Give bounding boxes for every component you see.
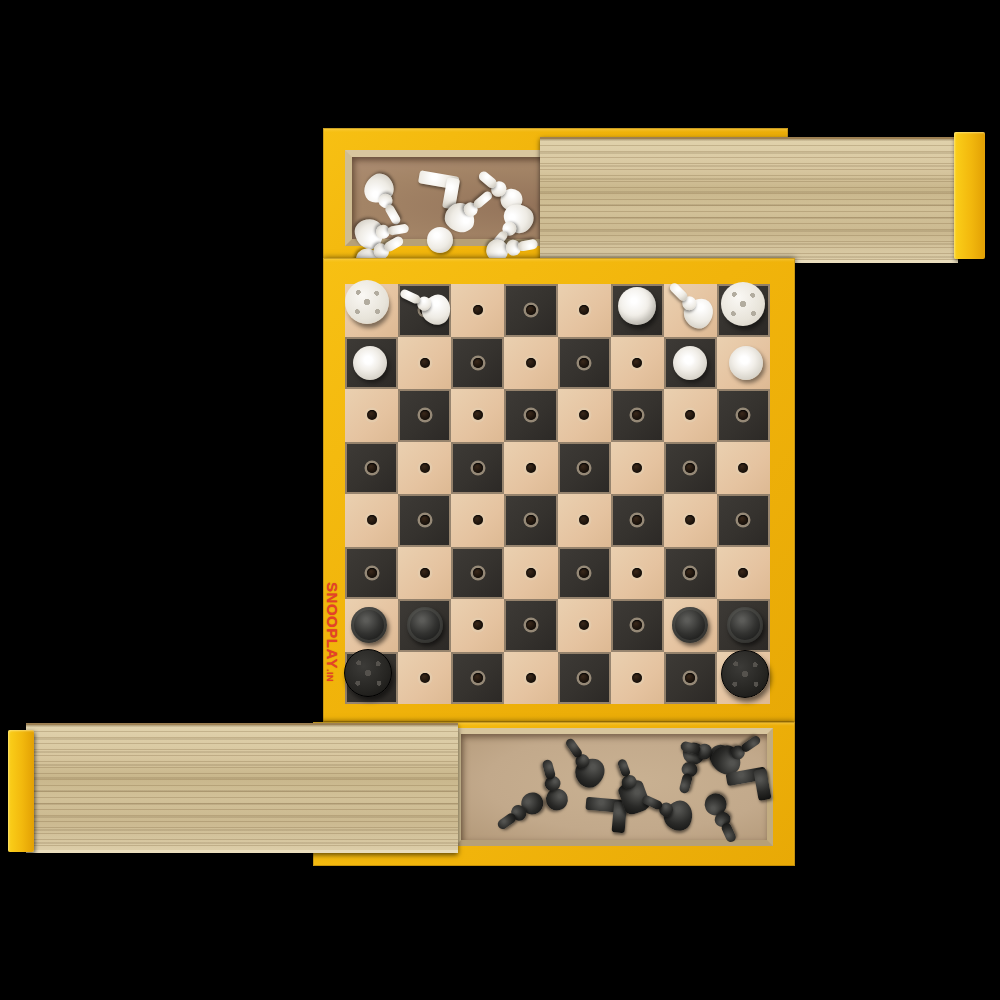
square-c5[interactable] — [451, 442, 504, 495]
peg-hole — [579, 515, 589, 525]
square-d7[interactable] — [504, 337, 557, 390]
peg-hole — [632, 620, 642, 630]
piece-part — [564, 737, 583, 759]
peg-hole — [526, 305, 536, 315]
brand-name: SNOOPLAY — [324, 582, 341, 669]
brand-suffix: .IN — [325, 669, 335, 682]
piece-part — [680, 740, 702, 755]
peg-hole — [632, 568, 642, 578]
piece-part — [427, 227, 453, 253]
piece-part — [753, 768, 771, 801]
square-b5[interactable] — [398, 442, 451, 495]
square-f1[interactable] — [611, 652, 664, 705]
peg-hole — [526, 620, 536, 630]
peg-hole — [738, 410, 748, 420]
square-f8[interactable] — [611, 284, 664, 337]
peg-hole — [420, 410, 430, 420]
peg-hole — [685, 463, 695, 473]
square-e3[interactable] — [558, 547, 611, 600]
square-h7[interactable] — [717, 337, 770, 390]
square-c2[interactable] — [451, 599, 504, 652]
piece-white-cone[interactable] — [353, 346, 387, 380]
square-c1[interactable] — [451, 652, 504, 705]
square-d6[interactable] — [504, 389, 557, 442]
square-g5[interactable] — [664, 442, 717, 495]
peg-hole — [473, 673, 483, 683]
square-h5[interactable] — [717, 442, 770, 495]
peg-hole — [738, 568, 748, 578]
square-g8[interactable] — [664, 284, 717, 337]
piece-part — [517, 239, 538, 252]
square-b6[interactable] — [398, 389, 451, 442]
square-c6[interactable] — [451, 389, 504, 442]
square-f7[interactable] — [611, 337, 664, 390]
square-d2[interactable] — [504, 599, 557, 652]
black-tray-piece-knight[interactable] — [725, 766, 772, 806]
square-a5[interactable] — [345, 442, 398, 495]
square-f3[interactable] — [611, 547, 664, 600]
piece-part — [617, 758, 632, 778]
peg-hole — [367, 410, 377, 420]
square-h6[interactable] — [717, 389, 770, 442]
square-h2[interactable] — [717, 599, 770, 652]
square-d1[interactable] — [504, 652, 557, 705]
peg-hole — [738, 515, 748, 525]
peg-hole — [473, 515, 483, 525]
square-f4[interactable] — [611, 494, 664, 547]
piece-white-bell[interactable] — [394, 279, 456, 329]
square-g6[interactable] — [664, 389, 717, 442]
piece-part — [399, 288, 422, 305]
piece-part — [740, 734, 762, 753]
piece-part — [541, 759, 556, 781]
piece-white-cone[interactable] — [729, 346, 763, 380]
square-e4[interactable] — [558, 494, 611, 547]
square-d3[interactable] — [504, 547, 557, 600]
square-c4[interactable] — [451, 494, 504, 547]
peg-hole — [632, 515, 642, 525]
square-b4[interactable] — [398, 494, 451, 547]
square-a7[interactable] — [345, 337, 398, 390]
peg-hole — [685, 673, 695, 683]
square-f5[interactable] — [611, 442, 664, 495]
square-a8[interactable] — [345, 284, 398, 337]
peg-hole — [420, 568, 430, 578]
brand-label: SNOOPLAY.IN — [323, 582, 341, 682]
piece-white-dome[interactable] — [618, 287, 656, 325]
peg-hole — [685, 515, 695, 525]
peg-hole — [579, 673, 589, 683]
square-c8[interactable] — [451, 284, 504, 337]
square-b7[interactable] — [398, 337, 451, 390]
square-a4[interactable] — [345, 494, 398, 547]
piece-white-cone[interactable] — [673, 346, 707, 380]
square-f2[interactable] — [611, 599, 664, 652]
square-d4[interactable] — [504, 494, 557, 547]
square-f6[interactable] — [611, 389, 664, 442]
board-frame: SNOOPLAY.IN — [323, 258, 795, 722]
peg-hole — [473, 568, 483, 578]
piece-black-knob[interactable] — [727, 607, 763, 643]
black-tray-piece-pawn[interactable] — [491, 786, 549, 837]
chess-board — [345, 284, 770, 704]
peg-hole — [632, 410, 642, 420]
square-b3[interactable] — [398, 547, 451, 600]
square-h8[interactable] — [717, 284, 770, 337]
peg-hole — [632, 358, 642, 368]
square-g7[interactable] — [664, 337, 717, 390]
top-lid-end-cap[interactable] — [954, 132, 985, 259]
square-b8[interactable] — [398, 284, 451, 337]
peg-hole — [420, 515, 430, 525]
square-b1[interactable] — [398, 652, 451, 705]
square-a3[interactable] — [345, 547, 398, 600]
peg-hole — [526, 358, 536, 368]
peg-hole — [367, 463, 377, 473]
peg-hole — [473, 410, 483, 420]
piece-part — [496, 811, 518, 831]
square-g4[interactable] — [664, 494, 717, 547]
peg-hole — [579, 568, 589, 578]
peg-hole — [738, 463, 748, 473]
peg-hole — [526, 410, 536, 420]
peg-hole — [473, 305, 483, 315]
peg-hole — [526, 515, 536, 525]
piece-black-baseup[interactable] — [721, 650, 769, 698]
piece-part — [383, 235, 405, 254]
square-a2[interactable] — [345, 599, 398, 652]
square-c7[interactable] — [451, 337, 504, 390]
square-d5[interactable] — [504, 442, 557, 495]
bottom-sliding-lid[interactable] — [26, 723, 458, 853]
peg-hole — [579, 305, 589, 315]
square-e1[interactable] — [558, 652, 611, 705]
piece-white-baseup[interactable] — [721, 282, 765, 326]
peg-hole — [473, 620, 483, 630]
peg-hole — [579, 358, 589, 368]
black-tray-interior — [455, 728, 773, 846]
peg-hole — [526, 673, 536, 683]
peg-hole — [685, 568, 695, 578]
square-b2[interactable] — [398, 599, 451, 652]
peg-hole — [579, 463, 589, 473]
peg-hole — [420, 673, 430, 683]
piece-part — [678, 773, 693, 795]
peg-hole — [420, 463, 430, 473]
peg-hole — [526, 568, 536, 578]
square-g3[interactable] — [664, 547, 717, 600]
square-c3[interactable] — [451, 547, 504, 600]
piece-part — [641, 794, 664, 811]
square-e6[interactable] — [558, 389, 611, 442]
peg-hole — [420, 358, 430, 368]
peg-hole — [685, 410, 695, 420]
square-a6[interactable] — [345, 389, 398, 442]
square-e5[interactable] — [558, 442, 611, 495]
piece-black-knob[interactable] — [407, 607, 443, 643]
square-d8[interactable] — [504, 284, 557, 337]
square-e8[interactable] — [558, 284, 611, 337]
peg-hole — [632, 463, 642, 473]
piece-black-baseup[interactable] — [344, 649, 392, 697]
peg-hole — [367, 515, 377, 525]
bottom-lid-end-cap[interactable] — [8, 730, 34, 852]
square-e7[interactable] — [558, 337, 611, 390]
peg-hole — [473, 358, 483, 368]
peg-hole — [367, 568, 377, 578]
piece-white-bell[interactable] — [661, 275, 720, 334]
white-tray-piece-ball[interactable] — [427, 227, 453, 253]
peg-hole — [473, 463, 483, 473]
piece-white-baseup[interactable] — [345, 280, 389, 324]
top-sliding-lid[interactable] — [540, 137, 958, 263]
square-a1[interactable] — [345, 652, 398, 705]
peg-hole — [632, 673, 642, 683]
piece-black-knob[interactable] — [351, 607, 387, 643]
product-photo-scene: SNOOPLAY.IN — [0, 0, 1000, 1000]
square-g2[interactable] — [664, 599, 717, 652]
square-g1[interactable] — [664, 652, 717, 705]
square-h3[interactable] — [717, 547, 770, 600]
peg-hole — [579, 620, 589, 630]
piece-part — [720, 821, 738, 843]
peg-hole — [526, 463, 536, 473]
piece-black-knob[interactable] — [672, 607, 708, 643]
square-h1[interactable] — [717, 652, 770, 705]
peg-hole — [579, 410, 589, 420]
square-h4[interactable] — [717, 494, 770, 547]
square-e2[interactable] — [558, 599, 611, 652]
